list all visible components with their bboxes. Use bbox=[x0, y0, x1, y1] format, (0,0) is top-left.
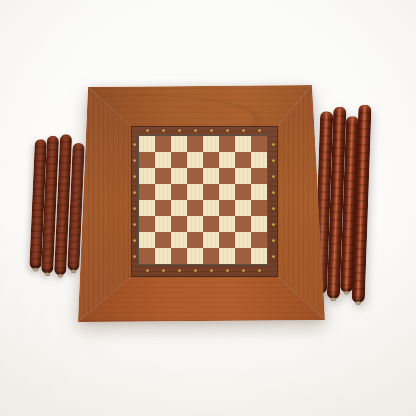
square-r6c5 bbox=[219, 232, 235, 248]
square-r3c3 bbox=[187, 184, 203, 200]
square-r2c5 bbox=[219, 168, 235, 184]
square-r4c2 bbox=[171, 200, 187, 216]
square-r1c0 bbox=[139, 152, 155, 168]
square-r5c7 bbox=[251, 216, 267, 232]
square-r0c0 bbox=[139, 136, 155, 152]
table-surface bbox=[78, 84, 325, 323]
border-marker-dot-bottom-3 bbox=[194, 269, 197, 272]
border-marker-dot-right-0 bbox=[272, 143, 275, 146]
square-r6c3 bbox=[187, 232, 203, 248]
square-r3c4 bbox=[203, 184, 219, 200]
square-r1c2 bbox=[171, 152, 187, 168]
board-grid bbox=[138, 135, 268, 265]
square-r4c5 bbox=[219, 200, 235, 216]
border-marker-dot-top-5 bbox=[226, 129, 229, 132]
square-r7c3 bbox=[187, 248, 203, 264]
square-r1c3 bbox=[187, 152, 203, 168]
square-r2c0 bbox=[139, 168, 155, 184]
square-r2c2 bbox=[171, 168, 187, 184]
square-r3c6 bbox=[235, 184, 251, 200]
square-r3c5 bbox=[219, 184, 235, 200]
border-marker-dot-right-2 bbox=[272, 175, 275, 178]
square-r6c7 bbox=[251, 232, 267, 248]
square-r4c0 bbox=[139, 200, 155, 216]
square-r0c6 bbox=[235, 136, 251, 152]
leg-foot-dowel bbox=[33, 268, 38, 271]
border-marker-dot-top-3 bbox=[194, 129, 197, 132]
border-marker-dot-right-6 bbox=[272, 239, 275, 242]
square-r1c7 bbox=[251, 152, 267, 168]
leg-foot-dowel bbox=[44, 273, 49, 276]
square-r0c3 bbox=[187, 136, 203, 152]
square-r6c1 bbox=[155, 232, 171, 248]
square-r4c3 bbox=[187, 200, 203, 216]
border-marker-dot-bottom-5 bbox=[226, 269, 229, 272]
border-marker-dot-left-7 bbox=[133, 255, 136, 258]
square-r0c7 bbox=[251, 136, 267, 152]
leg-foot-dowel bbox=[344, 291, 349, 294]
square-r6c0 bbox=[139, 232, 155, 248]
border-marker-dot-bottom-0 bbox=[146, 269, 149, 272]
square-r1c6 bbox=[235, 152, 251, 168]
border-marker-dot-left-3 bbox=[133, 191, 136, 194]
square-r5c6 bbox=[235, 216, 251, 232]
square-r5c5 bbox=[219, 216, 235, 232]
square-r2c7 bbox=[251, 168, 267, 184]
square-r7c0 bbox=[139, 248, 155, 264]
border-marker-dot-bottom-1 bbox=[162, 269, 165, 272]
square-r0c2 bbox=[171, 136, 187, 152]
square-r1c5 bbox=[219, 152, 235, 168]
border-marker-dot-left-1 bbox=[133, 159, 136, 162]
border-marker-dot-bottom-2 bbox=[178, 269, 181, 272]
border-marker-dot-top-4 bbox=[210, 129, 213, 132]
border-marker-dot-bottom-6 bbox=[242, 269, 245, 272]
square-r3c7 bbox=[251, 184, 267, 200]
square-r6c2 bbox=[171, 232, 187, 248]
border-marker-dot-top-6 bbox=[242, 129, 245, 132]
square-r5c2 bbox=[171, 216, 187, 232]
square-r0c5 bbox=[219, 136, 235, 152]
leg-foot-dowel bbox=[57, 274, 62, 277]
border-marker-dot-bottom-4 bbox=[210, 269, 213, 272]
board-border bbox=[131, 126, 278, 277]
square-r7c2 bbox=[171, 248, 187, 264]
border-marker-dot-top-0 bbox=[146, 129, 149, 132]
square-r3c2 bbox=[171, 184, 187, 200]
square-r5c1 bbox=[155, 216, 171, 232]
square-r6c4 bbox=[203, 232, 219, 248]
border-marker-dot-top-1 bbox=[162, 129, 165, 132]
square-r1c4 bbox=[203, 152, 219, 168]
scene bbox=[0, 0, 416, 416]
border-marker-dot-bottom-7 bbox=[258, 269, 261, 272]
border-marker-dot-left-2 bbox=[133, 175, 136, 178]
square-r5c4 bbox=[203, 216, 219, 232]
square-r7c5 bbox=[219, 248, 235, 264]
leg-foot-dowel bbox=[331, 298, 336, 301]
square-r0c1 bbox=[155, 136, 171, 152]
square-r3c0 bbox=[139, 184, 155, 200]
square-r4c1 bbox=[155, 200, 171, 216]
square-r2c3 bbox=[187, 168, 203, 184]
border-marker-dot-top-7 bbox=[258, 129, 261, 132]
chess-table-top bbox=[78, 84, 325, 323]
border-marker-dot-left-5 bbox=[133, 223, 136, 226]
square-r4c7 bbox=[251, 200, 267, 216]
leg-foot-dowel bbox=[356, 302, 361, 305]
border-marker-dot-left-6 bbox=[133, 239, 136, 242]
square-r2c4 bbox=[203, 168, 219, 184]
square-r0c4 bbox=[203, 136, 219, 152]
border-marker-dot-right-3 bbox=[272, 191, 275, 194]
border-marker-dot-right-5 bbox=[272, 223, 275, 226]
leg-foot-dowel bbox=[71, 270, 76, 273]
square-r4c6 bbox=[235, 200, 251, 216]
square-r2c1 bbox=[155, 168, 171, 184]
border-marker-dot-left-0 bbox=[133, 143, 136, 146]
border-marker-dot-right-7 bbox=[272, 255, 275, 258]
square-r5c3 bbox=[187, 216, 203, 232]
border-marker-dot-right-4 bbox=[272, 207, 275, 210]
border-marker-dot-right-1 bbox=[272, 159, 275, 162]
square-r7c6 bbox=[235, 248, 251, 264]
square-r7c4 bbox=[203, 248, 219, 264]
square-r5c0 bbox=[139, 216, 155, 232]
border-marker-dot-left-4 bbox=[133, 207, 136, 210]
detached-legs-left bbox=[30, 134, 84, 280]
square-r6c6 bbox=[235, 232, 251, 248]
square-r2c6 bbox=[235, 168, 251, 184]
square-r1c1 bbox=[155, 152, 171, 168]
square-r4c4 bbox=[203, 200, 219, 216]
border-marker-dot-top-2 bbox=[178, 129, 181, 132]
square-r7c7 bbox=[251, 248, 267, 264]
square-r3c1 bbox=[155, 184, 171, 200]
square-r7c1 bbox=[155, 248, 171, 264]
